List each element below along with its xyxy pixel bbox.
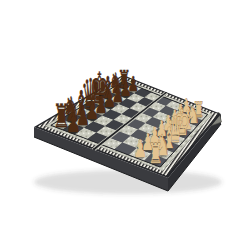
photo-canvas: ♜♟♞♟♝♟♚♟♛♟♟♝♜♟♟♞♞♟♟♜♝♟♟♚♟♛♟♝♟♞♟♜ [0, 0, 236, 236]
chess-piece-dark-p[interactable]: ♟ [66, 106, 81, 137]
chess-piece-light-r[interactable]: ♜ [148, 137, 163, 169]
chess-set-photo: ♜♟♞♟♝♟♚♟♛♟♟♝♜♟♟♞♞♟♟♜♝♟♟♚♟♛♟♝♟♞♟♜ [0, 0, 236, 236]
chess-piece-light-p[interactable]: ♟ [133, 134, 146, 163]
